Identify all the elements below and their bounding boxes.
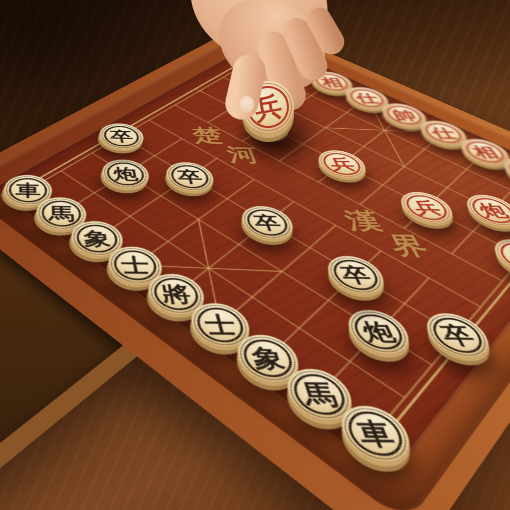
piece-character: 車 (9, 178, 48, 203)
piece-character: 士 (194, 307, 248, 342)
piece-character: 象 (75, 224, 119, 252)
piece-character: 馬 (41, 200, 82, 227)
piece-character: 將 (151, 278, 201, 311)
piece-character: 卒 (169, 165, 212, 189)
piece-character: 炮 (105, 162, 146, 186)
piece-character: 象 (239, 339, 297, 377)
piece-character: 士 (112, 250, 159, 280)
photo-scene: 楚 河 漢 界 車馬象士將士象馬車炮炮卒卒卒卒卒兵兵兵兵炮炮車馬相仕帥仕相馬車 … (0, 0, 510, 510)
piece-character: 卒 (243, 209, 292, 236)
piece-character: 卒 (103, 126, 141, 147)
